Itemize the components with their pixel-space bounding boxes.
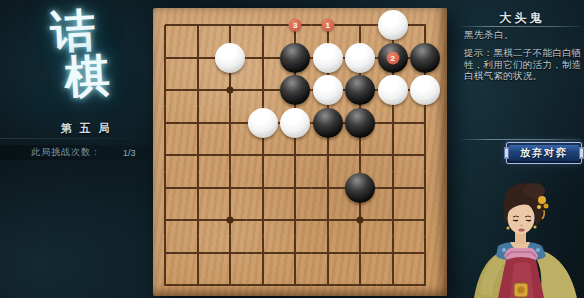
point-3-6[interactable] [214, 172, 247, 205]
point-4-3[interactable] [247, 74, 280, 107]
point-6-3[interactable] [312, 74, 345, 107]
point-6-4[interactable] [312, 107, 345, 140]
point-4-5[interactable] [247, 139, 280, 172]
portrait-woman-icon [470, 166, 584, 298]
white-stone [313, 75, 343, 105]
white-stone [410, 75, 440, 105]
logo-char-qi: 棋 [64, 52, 111, 99]
point-8-9[interactable] [377, 269, 410, 296]
point-4-2[interactable] [247, 42, 280, 75]
point-3-3[interactable] [214, 74, 247, 107]
white-stone [280, 108, 310, 138]
point-7-5[interactable] [344, 139, 377, 172]
point-2-3[interactable] [182, 74, 215, 107]
point-9-5[interactable] [409, 139, 442, 172]
divider [0, 138, 156, 139]
point-1-1[interactable] [153, 9, 182, 42]
point-3-1[interactable] [214, 9, 247, 42]
point-6-2[interactable] [312, 42, 345, 75]
bottom-divider [461, 139, 582, 140]
point-3-4[interactable] [214, 107, 247, 140]
point-8-2[interactable]: 2 [377, 42, 410, 75]
give-up-button[interactable]: 放弃对弈 [506, 142, 582, 164]
point-6-6[interactable] [312, 172, 345, 205]
point-4-9[interactable] [247, 269, 280, 296]
point-5-9[interactable] [279, 269, 312, 296]
attempts-bar: 此局挑战次数： 1/3 [0, 145, 156, 160]
point-6-7[interactable] [312, 204, 345, 237]
point-2-4[interactable] [182, 107, 215, 140]
point-7-2[interactable] [344, 42, 377, 75]
white-stone [378, 10, 408, 40]
point-9-1[interactable] [409, 9, 442, 42]
tsumego-logo: 诘 棋 [5, 0, 151, 129]
point-4-8[interactable] [247, 237, 280, 270]
point-7-4[interactable] [344, 107, 377, 140]
point-4-6[interactable] [247, 172, 280, 205]
point-5-6[interactable] [279, 172, 312, 205]
point-4-1[interactable] [247, 9, 280, 42]
point-4-4[interactable] [247, 107, 280, 140]
point-8-7[interactable] [377, 204, 410, 237]
black-stone [345, 173, 375, 203]
white-stone [345, 43, 375, 73]
black-stone [280, 75, 310, 105]
point-2-8[interactable] [182, 237, 215, 270]
black-stone [313, 108, 343, 138]
ink-splash [15, 79, 67, 122]
round-label: 第五局 [0, 121, 178, 136]
puzzle-hint: 提示：黑棋二子不能白白牺牲，利用它们的活力，制造白棋气紧的状况。 [464, 47, 582, 82]
move-marker-2: 2 [386, 51, 399, 64]
point-3-7[interactable] [214, 204, 247, 237]
point-5-4[interactable] [279, 107, 312, 140]
title-divider [461, 26, 582, 27]
point-6-5[interactable] [312, 139, 345, 172]
point-8-6[interactable] [377, 172, 410, 205]
point-6-8[interactable] [312, 237, 345, 270]
point-2-7[interactable] [182, 204, 215, 237]
point-5-7[interactable] [279, 204, 312, 237]
logo-char-jie: 诘 [49, 7, 96, 54]
point-5-8[interactable] [279, 237, 312, 270]
point-2-9[interactable] [182, 269, 215, 296]
white-stone [248, 108, 278, 138]
point-7-3[interactable] [344, 74, 377, 107]
attempts-label: 此局挑战次数： [31, 146, 101, 159]
point-5-2[interactable] [279, 42, 312, 75]
board-grid: 312 [153, 9, 442, 296]
point-3-8[interactable] [214, 237, 247, 270]
black-stone [280, 43, 310, 73]
go-board: 312 [153, 8, 447, 296]
move-marker-1: 1 [321, 19, 334, 32]
point-9-3[interactable] [409, 74, 442, 107]
point-7-8[interactable] [344, 237, 377, 270]
npc-portrait [470, 166, 584, 298]
point-9-6[interactable] [409, 172, 442, 205]
white-stone [313, 43, 343, 73]
point-1-2[interactable] [153, 42, 182, 75]
point-1-5[interactable] [153, 139, 182, 172]
black-stone [345, 75, 375, 105]
point-2-2[interactable] [182, 42, 215, 75]
point-3-2[interactable] [214, 42, 247, 75]
puzzle-title: 大头鬼 [460, 10, 584, 27]
point-9-9[interactable] [409, 269, 442, 296]
point-8-5[interactable] [377, 139, 410, 172]
point-5-3[interactable] [279, 74, 312, 107]
attempts-value: 1/3 [123, 148, 136, 158]
point-2-5[interactable] [182, 139, 215, 172]
point-6-9[interactable] [312, 269, 345, 296]
point-1-4[interactable] [153, 107, 182, 140]
point-3-9[interactable] [214, 269, 247, 296]
move-marker-3: 3 [289, 19, 302, 32]
point-3-5[interactable] [214, 139, 247, 172]
point-1-7[interactable] [153, 204, 182, 237]
point-9-2[interactable] [409, 42, 442, 75]
point-9-8[interactable] [409, 237, 442, 270]
point-9-7[interactable] [409, 204, 442, 237]
point-4-7[interactable] [247, 204, 280, 237]
point-5-5[interactable] [279, 139, 312, 172]
point-7-7[interactable] [344, 204, 377, 237]
point-1-8[interactable] [153, 237, 182, 270]
point-8-8[interactable] [377, 237, 410, 270]
point-1-6[interactable] [153, 172, 182, 205]
game-screen: { "game": "go (weiqi) tsumego puzzle — 9… [0, 0, 584, 298]
point-8-4[interactable] [377, 107, 410, 140]
point-5-1[interactable]: 3 [279, 9, 312, 42]
white-stone [215, 43, 245, 73]
point-1-3[interactable] [153, 74, 182, 107]
point-9-4[interactable] [409, 107, 442, 140]
point-8-1[interactable] [377, 9, 410, 42]
black-stone [410, 43, 440, 73]
point-7-9[interactable] [344, 269, 377, 296]
point-6-1[interactable]: 1 [312, 9, 345, 42]
point-7-6[interactable] [344, 172, 377, 205]
black-stone [345, 108, 375, 138]
point-2-6[interactable] [182, 172, 215, 205]
point-2-1[interactable] [182, 9, 215, 42]
point-8-3[interactable] [377, 74, 410, 107]
point-7-1[interactable] [344, 9, 377, 42]
puzzle-objective: 黑先杀白。 [464, 29, 582, 42]
white-stone [378, 75, 408, 105]
point-1-9[interactable] [153, 269, 182, 296]
